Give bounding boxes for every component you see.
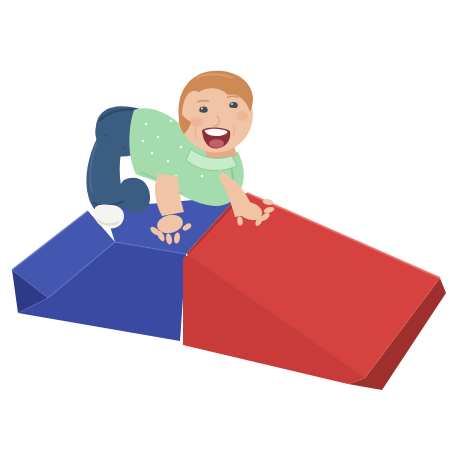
shirt-speckle-dot: [157, 136, 160, 139]
shirt-speckle-dot: [170, 120, 173, 123]
shirt-speckle-dot: [167, 160, 170, 163]
left-cheek-blush: [190, 117, 203, 127]
shirt-speckle-dot: [145, 123, 148, 126]
toddler-head: [179, 71, 254, 153]
product-photo: [0, 0, 450, 450]
shirt-speckle-dot: [151, 152, 154, 155]
right-eye-glint: [231, 103, 233, 105]
shirt-speckle-dot: [142, 140, 145, 143]
shirt-speckle-dot: [180, 146, 183, 149]
left-eye-glint: [201, 108, 203, 110]
right-cheek-blush: [236, 111, 248, 121]
product-photo-stage: [0, 0, 450, 450]
right-lower-lid: [229, 108, 239, 109]
tongue: [209, 139, 224, 147]
shirt-speckle-dot: [201, 175, 204, 178]
